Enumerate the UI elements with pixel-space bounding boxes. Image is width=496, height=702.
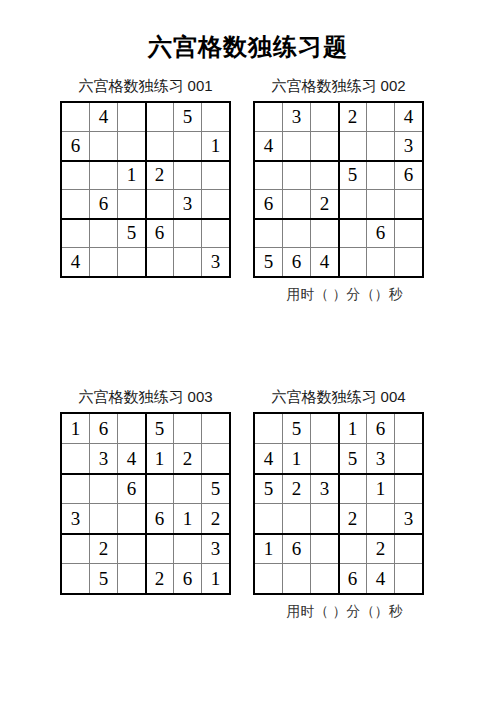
sudoku-cell-r4c4 xyxy=(339,190,366,218)
sudoku-cell-r5c6: 3 xyxy=(202,534,229,563)
sudoku-cell-r3c2: 2 xyxy=(283,474,310,503)
sudoku-cell-r4c2 xyxy=(283,504,310,533)
sudoku-cell-r3c5: 1 xyxy=(367,474,394,503)
sudoku-cell-r6c1: 4 xyxy=(62,248,89,276)
sudoku-cell-r5c1: 1 xyxy=(255,534,282,563)
sudoku-cell-r4c3 xyxy=(118,504,145,533)
sudoku-cell-r6c4: 6 xyxy=(339,564,366,593)
sudoku-cell-r4c2: 6 xyxy=(90,190,117,218)
sudoku-cell-r3c2 xyxy=(90,161,117,189)
sudoku-cell-r4c4: 6 xyxy=(146,504,173,533)
sudoku-cell-r2c2: 1 xyxy=(283,444,310,473)
sudoku-cell-r1c2: 5 xyxy=(283,414,310,443)
sudoku-cell-r1c4: 5 xyxy=(146,414,173,443)
sudoku-cell-r3c6 xyxy=(395,474,422,503)
sudoku-cell-r6c4 xyxy=(339,248,366,276)
box-separator-line xyxy=(255,160,422,162)
sudoku-cell-r4c3 xyxy=(311,504,338,533)
worksheet-page: 六宫格数独练习题 六宫格数独练习 001 456112635643 六宫格数独练… xyxy=(0,0,496,702)
sudoku-cell-r5c4 xyxy=(339,534,366,563)
sudoku-cell-r5c2: 2 xyxy=(90,534,117,563)
sudoku-cell-r6c6 xyxy=(395,248,422,276)
sudoku-cell-r6c2 xyxy=(90,248,117,276)
sudoku-cell-r4c2 xyxy=(90,504,117,533)
sudoku-cell-r3c2 xyxy=(283,161,310,189)
sudoku-cell-r4c4 xyxy=(146,190,173,218)
sudoku-cell-r5c4 xyxy=(146,534,173,563)
puzzle-section-001: 六宫格数独练习 001 456112635643 xyxy=(60,76,231,278)
sudoku-cell-r3c3: 1 xyxy=(118,161,145,189)
sudoku-cell-r3c3 xyxy=(311,161,338,189)
sudoku-cell-r5c1 xyxy=(62,219,89,247)
sudoku-cell-r1c4: 1 xyxy=(339,414,366,443)
sudoku-cell-r3c1 xyxy=(255,161,282,189)
box-separator-line xyxy=(255,533,422,535)
sudoku-cell-r5c2 xyxy=(90,219,117,247)
sudoku-cell-r1c3 xyxy=(311,414,338,443)
sudoku-grid-002: 3244356626564 xyxy=(253,101,424,278)
sudoku-cell-r2c3 xyxy=(311,132,338,160)
sudoku-grid-003: 1653412653612235261 xyxy=(60,412,231,595)
puzzle-title-004: 六宫格数独练习 004 xyxy=(253,387,424,406)
sudoku-cell-r1c4: 2 xyxy=(339,103,366,131)
sudoku-cell-r3c1 xyxy=(62,161,89,189)
box-separator-line xyxy=(338,414,340,593)
puzzle-title-003: 六宫格数独练习 003 xyxy=(60,387,231,406)
sudoku-cell-r1c5: 5 xyxy=(174,103,201,131)
box-separator-line xyxy=(255,218,422,220)
sudoku-grid-001: 456112635643 xyxy=(60,101,231,278)
sudoku-cell-r5c4: 6 xyxy=(146,219,173,247)
box-separator-line xyxy=(62,218,229,220)
sudoku-cell-r2c6: 1 xyxy=(202,132,229,160)
sudoku-cell-r6c1 xyxy=(62,564,89,593)
sudoku-cell-r5c2: 6 xyxy=(283,534,310,563)
sudoku-cell-r1c2: 3 xyxy=(283,103,310,131)
sudoku-cell-r6c4: 2 xyxy=(146,564,173,593)
timer-label: 用时（ ）分（）秒 xyxy=(253,603,424,621)
sudoku-cell-r1c1 xyxy=(255,414,282,443)
sudoku-cell-r3c6 xyxy=(202,161,229,189)
box-separator-line xyxy=(62,533,229,535)
sudoku-cell-r4c3: 2 xyxy=(311,190,338,218)
sudoku-cell-r5c6 xyxy=(202,219,229,247)
sudoku-cell-r2c1 xyxy=(62,444,89,473)
sudoku-cell-r1c5: 6 xyxy=(367,414,394,443)
sudoku-cell-r3c4 xyxy=(339,474,366,503)
timer-label: 用时（ ）分（）秒 xyxy=(253,286,424,304)
sudoku-cell-r2c4: 5 xyxy=(339,444,366,473)
sudoku-cell-r6c2 xyxy=(283,564,310,593)
sudoku-cell-r2c4: 1 xyxy=(146,444,173,473)
sudoku-cell-r1c1: 1 xyxy=(62,414,89,443)
page-title: 六宫格数独练习题 xyxy=(0,31,496,63)
sudoku-cell-r2c5 xyxy=(367,132,394,160)
box-separator-line xyxy=(145,414,147,593)
sudoku-cell-r2c6 xyxy=(395,444,422,473)
sudoku-cell-r3c3: 3 xyxy=(311,474,338,503)
sudoku-cell-r5c1 xyxy=(255,219,282,247)
box-separator-line xyxy=(145,103,147,276)
sudoku-cell-r3c5 xyxy=(174,474,201,503)
sudoku-cell-r2c2 xyxy=(90,132,117,160)
sudoku-cell-r3c5 xyxy=(174,161,201,189)
sudoku-cell-r3c1 xyxy=(62,474,89,503)
sudoku-cell-r2c5: 3 xyxy=(367,444,394,473)
sudoku-cell-r4c6: 3 xyxy=(395,504,422,533)
sudoku-cell-r6c3 xyxy=(311,564,338,593)
sudoku-cell-r5c2 xyxy=(283,219,310,247)
sudoku-cell-r3c3: 6 xyxy=(118,474,145,503)
puzzle-section-003: 六宫格数独练习 003 1653412653612235261 xyxy=(60,387,231,595)
sudoku-cell-r4c5 xyxy=(367,190,394,218)
sudoku-cell-r3c4: 5 xyxy=(339,161,366,189)
sudoku-cell-r2c3 xyxy=(118,132,145,160)
sudoku-cell-r4c1: 3 xyxy=(62,504,89,533)
sudoku-cell-r2c1: 4 xyxy=(255,444,282,473)
sudoku-cell-r4c3 xyxy=(118,190,145,218)
sudoku-cell-r5c5 xyxy=(174,534,201,563)
sudoku-cell-r5c4 xyxy=(339,219,366,247)
sudoku-cell-r1c3 xyxy=(118,103,145,131)
sudoku-cell-r6c6 xyxy=(395,564,422,593)
sudoku-cell-r2c4 xyxy=(339,132,366,160)
box-separator-line xyxy=(62,473,229,475)
box-separator-line xyxy=(338,103,340,276)
sudoku-cell-r2c3 xyxy=(311,444,338,473)
sudoku-cell-r4c1 xyxy=(62,190,89,218)
sudoku-cell-r2c1: 6 xyxy=(62,132,89,160)
sudoku-cell-r6c1 xyxy=(255,564,282,593)
sudoku-cell-r5c1 xyxy=(62,534,89,563)
sudoku-cell-r4c1 xyxy=(255,504,282,533)
sudoku-grid-004: 516415352312316264 xyxy=(253,412,424,595)
sudoku-cell-r1c6 xyxy=(395,414,422,443)
sudoku-cell-r2c2: 3 xyxy=(90,444,117,473)
box-separator-line xyxy=(255,473,422,475)
sudoku-cell-r4c2 xyxy=(283,190,310,218)
puzzle-title-002: 六宫格数独练习 002 xyxy=(253,76,424,95)
sudoku-cell-r6c3: 4 xyxy=(311,248,338,276)
sudoku-cell-r4c5: 3 xyxy=(174,190,201,218)
sudoku-cell-r5c5: 2 xyxy=(367,534,394,563)
sudoku-cell-r1c2: 4 xyxy=(90,103,117,131)
sudoku-cell-r1c5 xyxy=(174,414,201,443)
sudoku-cell-r4c6 xyxy=(202,190,229,218)
sudoku-cell-r6c1: 5 xyxy=(255,248,282,276)
sudoku-cell-r4c6 xyxy=(395,190,422,218)
sudoku-cell-r4c6: 2 xyxy=(202,504,229,533)
sudoku-cell-r1c3 xyxy=(118,414,145,443)
sudoku-cell-r4c5 xyxy=(367,504,394,533)
sudoku-cell-r2c5: 2 xyxy=(174,444,201,473)
sudoku-cell-r1c6 xyxy=(202,414,229,443)
sudoku-cell-r4c5: 1 xyxy=(174,504,201,533)
sudoku-cell-r5c5 xyxy=(174,219,201,247)
sudoku-cell-r1c4 xyxy=(146,103,173,131)
sudoku-cell-r1c1 xyxy=(255,103,282,131)
sudoku-cell-r5c3: 5 xyxy=(118,219,145,247)
sudoku-cell-r2c3: 4 xyxy=(118,444,145,473)
sudoku-cell-r3c5 xyxy=(367,161,394,189)
sudoku-cell-r2c4 xyxy=(146,132,173,160)
sudoku-cell-r4c1: 6 xyxy=(255,190,282,218)
sudoku-cell-r6c6: 1 xyxy=(202,564,229,593)
sudoku-cell-r3c1: 5 xyxy=(255,474,282,503)
sudoku-cell-r1c5 xyxy=(367,103,394,131)
sudoku-cell-r2c5 xyxy=(174,132,201,160)
sudoku-cell-r5c6 xyxy=(395,534,422,563)
sudoku-cell-r3c4 xyxy=(146,474,173,503)
sudoku-cell-r2c2 xyxy=(283,132,310,160)
sudoku-cell-r5c3 xyxy=(311,534,338,563)
sudoku-cell-r2c6 xyxy=(202,444,229,473)
puzzle-title-001: 六宫格数独练习 001 xyxy=(60,76,231,95)
sudoku-cell-r1c3 xyxy=(311,103,338,131)
sudoku-cell-r1c1 xyxy=(62,103,89,131)
sudoku-cell-r3c4: 2 xyxy=(146,161,173,189)
sudoku-cell-r3c6: 6 xyxy=(395,161,422,189)
sudoku-cell-r6c3 xyxy=(118,248,145,276)
box-separator-line xyxy=(62,160,229,162)
sudoku-cell-r1c6 xyxy=(202,103,229,131)
sudoku-cell-r6c5: 6 xyxy=(174,564,201,593)
sudoku-cell-r6c3 xyxy=(118,564,145,593)
sudoku-cell-r3c6: 5 xyxy=(202,474,229,503)
sudoku-cell-r6c4 xyxy=(146,248,173,276)
sudoku-cell-r6c2: 5 xyxy=(90,564,117,593)
sudoku-cell-r5c3 xyxy=(118,534,145,563)
sudoku-cell-r1c6: 4 xyxy=(395,103,422,131)
sudoku-cell-r6c5: 4 xyxy=(367,564,394,593)
sudoku-cell-r6c5 xyxy=(174,248,201,276)
sudoku-cell-r5c3 xyxy=(311,219,338,247)
sudoku-cell-r1c2: 6 xyxy=(90,414,117,443)
sudoku-cell-r5c6 xyxy=(395,219,422,247)
sudoku-cell-r6c2: 6 xyxy=(283,248,310,276)
puzzle-section-002: 六宫格数独练习 002 3244356626564 用时（ ）分（）秒 xyxy=(253,76,424,304)
puzzle-section-004: 六宫格数独练习 004 516415352312316264 用时（ ）分（）秒 xyxy=(253,387,424,621)
sudoku-cell-r6c5 xyxy=(367,248,394,276)
sudoku-cell-r2c6: 3 xyxy=(395,132,422,160)
sudoku-cell-r6c6: 3 xyxy=(202,248,229,276)
sudoku-cell-r3c2 xyxy=(90,474,117,503)
sudoku-cell-r5c5: 6 xyxy=(367,219,394,247)
sudoku-cell-r4c4: 2 xyxy=(339,504,366,533)
sudoku-cell-r2c1: 4 xyxy=(255,132,282,160)
